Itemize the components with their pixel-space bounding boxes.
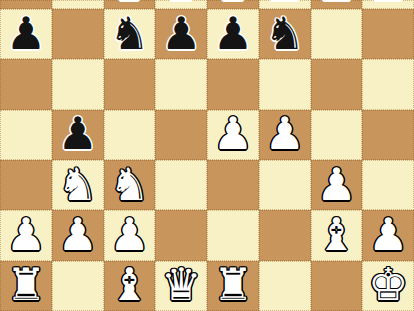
piece-white-rook: ♜	[213, 262, 253, 307]
piece-white-pawn: ♟	[316, 162, 356, 207]
square-c4[interactable]	[104, 110, 156, 160]
piece-white-knight: ♞	[57, 162, 97, 207]
square-a5[interactable]	[0, 59, 52, 109]
piece-white-queen: ♛	[161, 262, 201, 307]
square-h3[interactable]	[362, 160, 414, 210]
square-g1[interactable]	[311, 261, 363, 311]
square-d1[interactable]: ♛	[155, 261, 207, 311]
piece-black-knight: ♞	[109, 11, 149, 56]
square-d4[interactable]	[155, 110, 207, 160]
piece-white-bishop: ♝	[109, 262, 149, 307]
piece-black-pawn-partial: ♟	[368, 0, 408, 7]
square-f4[interactable]: ♟	[259, 110, 311, 160]
piece-white-pawn: ♟	[368, 212, 408, 257]
square-e2[interactable]	[207, 210, 259, 260]
square-e3[interactable]	[207, 160, 259, 210]
chess-board: ♛♝♝♟♟♟♟♞♟♟♞♟♟♟♞♞♟♟♟♟♝♟♜♝♛♜♚	[0, 0, 414, 311]
square-c5[interactable]	[104, 59, 156, 109]
square-b7[interactable]	[52, 0, 104, 9]
square-d5[interactable]	[155, 59, 207, 109]
piece-white-knight: ♞	[109, 162, 149, 207]
piece-black-pawn: ♟	[161, 11, 201, 56]
piece-black-knight: ♞	[264, 11, 304, 56]
square-e1[interactable]: ♜	[207, 261, 259, 311]
piece-white-pawn: ♟	[57, 212, 97, 257]
square-b2[interactable]: ♟	[52, 210, 104, 260]
square-c6[interactable]: ♞	[104, 9, 156, 59]
piece-white-pawn: ♟	[109, 212, 149, 257]
square-h2[interactable]: ♟	[362, 210, 414, 260]
square-f1[interactable]	[259, 261, 311, 311]
square-b6[interactable]	[52, 9, 104, 59]
square-g5[interactable]	[311, 59, 363, 109]
square-a6[interactable]: ♟	[0, 9, 52, 59]
square-h4[interactable]	[362, 110, 414, 160]
square-d2[interactable]	[155, 210, 207, 260]
piece-black-pawn: ♟	[213, 11, 253, 56]
square-h5[interactable]	[362, 59, 414, 109]
piece-white-pawn: ♟	[6, 212, 46, 257]
square-f3[interactable]	[259, 160, 311, 210]
square-g2[interactable]: ♝	[311, 210, 363, 260]
square-e6[interactable]: ♟	[207, 9, 259, 59]
piece-white-king: ♚	[368, 262, 408, 307]
square-g3[interactable]: ♟	[311, 160, 363, 210]
square-g4[interactable]	[311, 110, 363, 160]
square-c1[interactable]: ♝	[104, 261, 156, 311]
square-a4[interactable]	[0, 110, 52, 160]
square-h7[interactable]: ♟	[362, 0, 414, 9]
square-g6[interactable]	[311, 9, 363, 59]
square-f2[interactable]	[259, 210, 311, 260]
square-b5[interactable]	[52, 59, 104, 109]
square-e4[interactable]: ♟	[207, 110, 259, 160]
square-h6[interactable]	[362, 9, 414, 59]
square-e5[interactable]	[207, 59, 259, 109]
square-a3[interactable]	[0, 160, 52, 210]
square-a1[interactable]: ♜	[0, 261, 52, 311]
square-f6[interactable]: ♞	[259, 9, 311, 59]
square-b4[interactable]: ♟	[52, 110, 104, 160]
square-d6[interactable]: ♟	[155, 9, 207, 59]
square-c3[interactable]: ♞	[104, 160, 156, 210]
piece-white-rook: ♜	[6, 262, 46, 307]
piece-black-pawn-partial: ♟	[316, 0, 356, 7]
square-c2[interactable]: ♟	[104, 210, 156, 260]
square-b1[interactable]	[52, 261, 104, 311]
piece-white-pawn: ♟	[264, 111, 304, 156]
piece-white-bishop: ♝	[316, 212, 356, 257]
square-d3[interactable]	[155, 160, 207, 210]
square-g7[interactable]: ♟	[311, 0, 363, 9]
piece-black-pawn: ♟	[57, 111, 97, 156]
square-a2[interactable]: ♟	[0, 210, 52, 260]
square-b3[interactable]: ♞	[52, 160, 104, 210]
piece-black-pawn: ♟	[6, 11, 46, 56]
square-f5[interactable]	[259, 59, 311, 109]
piece-white-pawn: ♟	[213, 111, 253, 156]
square-h1[interactable]: ♚	[362, 261, 414, 311]
